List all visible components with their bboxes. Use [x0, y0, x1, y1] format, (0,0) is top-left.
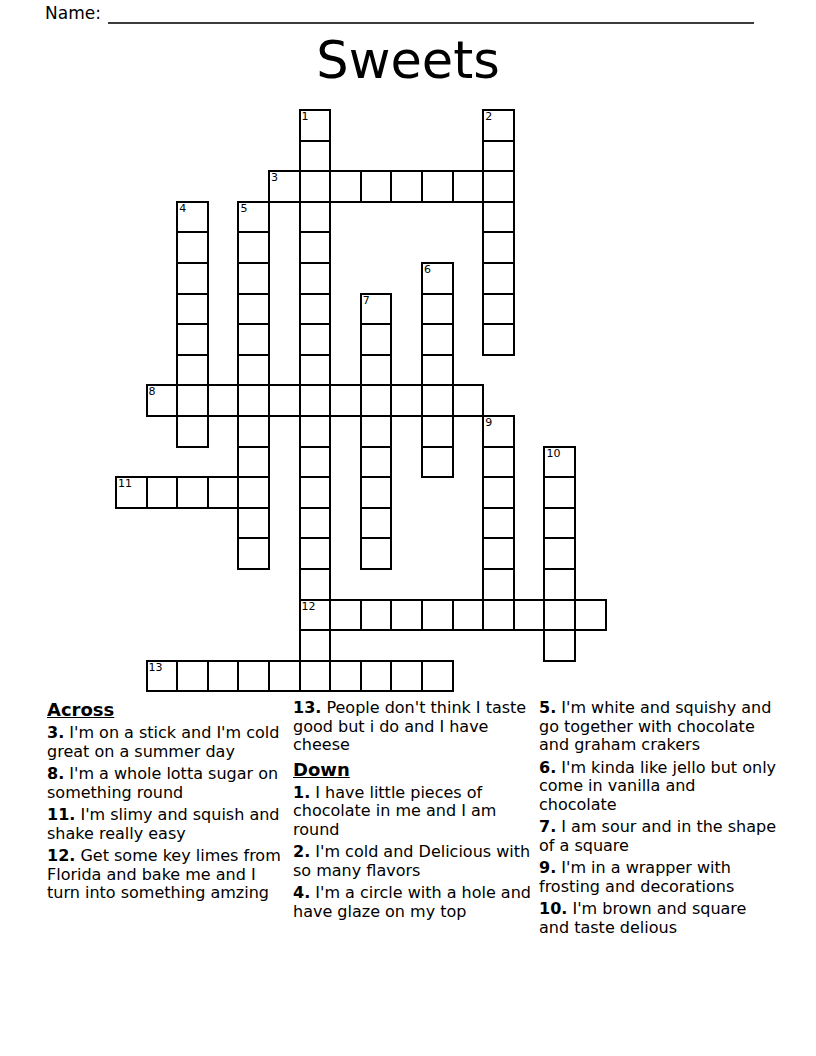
- clue-across-3: 3. I'm on a stick and I'm cold great on …: [47, 724, 285, 761]
- clue-down-6: 6. I'm kinda like jello but only come in…: [539, 759, 777, 815]
- cell-r4c6[interactable]: [300, 232, 331, 263]
- cell-r2c10[interactable]: [422, 171, 453, 202]
- cell-r2c11[interactable]: [453, 171, 484, 202]
- cell-r9c9[interactable]: [391, 385, 422, 416]
- clue-across-8: 8. I'm a whole lotta sugar on something …: [47, 765, 285, 802]
- down-header: Down: [293, 759, 531, 780]
- name-row: Name:: [45, 3, 754, 24]
- cell-r6c2[interactable]: [177, 294, 208, 325]
- cell-r13c14[interactable]: [544, 508, 575, 539]
- cell-r7c12[interactable]: [483, 324, 514, 355]
- clue-down-2: 2. I'm cold and Delicious with so many f…: [293, 843, 531, 880]
- cell-r4c2[interactable]: [177, 232, 208, 263]
- cell-r18c4[interactable]: [238, 661, 269, 692]
- cell-r12c8[interactable]: [361, 477, 392, 508]
- cell-r12c3[interactable]: [208, 477, 239, 508]
- cell-r5c10[interactable]: 6: [422, 263, 453, 294]
- cell-number: 4: [179, 202, 186, 215]
- cell-r18c10[interactable]: [422, 661, 453, 692]
- cell-r14c14[interactable]: [544, 538, 575, 569]
- cell-number: 9: [485, 416, 492, 429]
- cell-r7c4[interactable]: [238, 324, 269, 355]
- cell-r5c4[interactable]: [238, 263, 269, 294]
- cell-r11c12[interactable]: [483, 447, 514, 478]
- cell-r16c10[interactable]: [422, 600, 453, 631]
- cell-r2c5[interactable]: 3: [269, 171, 300, 202]
- clues: Across3. I'm on a stick and I'm cold gre…: [47, 699, 777, 941]
- cell-r9c10[interactable]: [422, 385, 453, 416]
- cell-r8c4[interactable]: [238, 355, 269, 386]
- cell-r2c6[interactable]: [300, 171, 331, 202]
- cell-r7c8[interactable]: [361, 324, 392, 355]
- cell-r12c0[interactable]: 11: [116, 477, 147, 508]
- cell-r15c6[interactable]: [300, 569, 331, 600]
- cell-r3c2[interactable]: 4: [177, 202, 208, 233]
- cell-r13c12[interactable]: [483, 508, 514, 539]
- cell-number: 1: [302, 110, 309, 123]
- cell-number: 12: [302, 600, 316, 613]
- cell-r6c12[interactable]: [483, 294, 514, 325]
- cell-r12c14[interactable]: [544, 477, 575, 508]
- cell-r9c8[interactable]: [361, 385, 392, 416]
- cell-r17c6[interactable]: [300, 630, 331, 661]
- clue-column: 13. People don't think I taste good but …: [293, 699, 531, 941]
- cell-number: 3: [271, 171, 278, 184]
- cell-r18c5[interactable]: [269, 661, 300, 692]
- cell-r3c4[interactable]: 5: [238, 202, 269, 233]
- cell-r9c3[interactable]: [208, 385, 239, 416]
- cell-r9c6[interactable]: [300, 385, 331, 416]
- cell-r11c10[interactable]: [422, 447, 453, 478]
- cell-r2c7[interactable]: [330, 171, 361, 202]
- cell-r4c4[interactable]: [238, 232, 269, 263]
- cell-r16c11[interactable]: [453, 600, 484, 631]
- cell-r10c12[interactable]: 9: [483, 416, 514, 447]
- cell-r16c8[interactable]: [361, 600, 392, 631]
- cell-r16c15[interactable]: [575, 600, 606, 631]
- cell-r1c6[interactable]: [300, 141, 331, 172]
- clue-down-4: 4. I'm a circle with a hole and have gla…: [293, 884, 531, 921]
- cell-number: 10: [546, 447, 560, 460]
- cell-r18c6[interactable]: [300, 661, 331, 692]
- cell-r1c12[interactable]: [483, 141, 514, 172]
- cell-r16c7[interactable]: [330, 600, 361, 631]
- cell-r6c6[interactable]: [300, 294, 331, 325]
- cell-r9c1[interactable]: 8: [147, 385, 178, 416]
- cell-r5c12[interactable]: [483, 263, 514, 294]
- cell-number: 7: [363, 294, 370, 307]
- cell-r16c9[interactable]: [391, 600, 422, 631]
- clue-down-10: 10. I'm brown and square and taste delio…: [539, 900, 777, 937]
- cell-r15c12[interactable]: [483, 569, 514, 600]
- cell-r6c10[interactable]: [422, 294, 453, 325]
- cell-r8c8[interactable]: [361, 355, 392, 386]
- cell-r12c12[interactable]: [483, 477, 514, 508]
- crossword-grid: 11223456789101113: [116, 110, 606, 691]
- cell-r9c7[interactable]: [330, 385, 361, 416]
- puzzle-title: Sweets: [0, 33, 816, 89]
- cell-r18c9[interactable]: [391, 661, 422, 692]
- cell-number: 5: [240, 202, 247, 215]
- cell-r14c6[interactable]: [300, 538, 331, 569]
- cell-r11c14[interactable]: 10: [544, 447, 575, 478]
- cell-r12c4[interactable]: [238, 477, 269, 508]
- cell-r16c6[interactable]: 12: [300, 600, 331, 631]
- cell-r16c14[interactable]: [544, 600, 575, 631]
- clue-down-7: 7. I am sour and in the shape of a squar…: [539, 818, 777, 855]
- clue-down-5: 5. I'm white and squishy and go together…: [539, 699, 777, 755]
- cell-r9c5[interactable]: [269, 385, 300, 416]
- cell-r13c4[interactable]: [238, 508, 269, 539]
- cell-r13c8[interactable]: [361, 508, 392, 539]
- clue-column: 5. I'm white and squishy and go together…: [539, 699, 777, 941]
- cell-r6c4[interactable]: [238, 294, 269, 325]
- cell-r2c8[interactable]: [361, 171, 392, 202]
- cell-r14c12[interactable]: [483, 538, 514, 569]
- cell-r10c10[interactable]: [422, 416, 453, 447]
- cell-r15c14[interactable]: [544, 569, 575, 600]
- cell-r3c12[interactable]: [483, 202, 514, 233]
- cell-r14c4[interactable]: [238, 538, 269, 569]
- cell-r3c6[interactable]: [300, 202, 331, 233]
- cell-r16c13[interactable]: [514, 600, 545, 631]
- name-label: Name:: [45, 3, 101, 24]
- cell-r7c6[interactable]: [300, 324, 331, 355]
- cell-number: 8: [149, 385, 156, 398]
- cell-r12c6[interactable]: [300, 477, 331, 508]
- cell-r7c10[interactable]: [422, 324, 453, 355]
- cell-number: 11: [118, 477, 132, 490]
- cell-number: 6: [424, 263, 431, 276]
- clue-across-13: 13. People don't think I taste good but …: [293, 699, 531, 755]
- cell-r9c2[interactable]: [177, 385, 208, 416]
- cell-r10c8[interactable]: [361, 416, 392, 447]
- cell-r18c3[interactable]: [208, 661, 239, 692]
- cell-r18c2[interactable]: [177, 661, 208, 692]
- cell-r5c2[interactable]: [177, 263, 208, 294]
- clue-column: Across3. I'm on a stick and I'm cold gre…: [47, 699, 285, 941]
- cell-r8c10[interactable]: [422, 355, 453, 386]
- clue-down-1: 1. I have little pieces of chocolate in …: [293, 784, 531, 840]
- cell-r10c6[interactable]: [300, 416, 331, 447]
- cell-number: 2: [485, 110, 492, 123]
- cell-r10c4[interactable]: [238, 416, 269, 447]
- cell-r10c2[interactable]: [177, 416, 208, 447]
- cell-r0c6[interactable]: 1: [300, 110, 331, 141]
- cell-r8c2[interactable]: [177, 355, 208, 386]
- across-header: Across: [47, 699, 285, 720]
- cell-r11c6[interactable]: [300, 447, 331, 478]
- cell-r2c9[interactable]: [391, 171, 422, 202]
- cell-r13c6[interactable]: [300, 508, 331, 539]
- cell-r12c2[interactable]: [177, 477, 208, 508]
- cell-r0c12[interactable]: 2: [483, 110, 514, 141]
- cell-r9c4[interactable]: [238, 385, 269, 416]
- cell-number: 13: [149, 661, 163, 674]
- cell-r12c1[interactable]: [147, 477, 178, 508]
- cell-r7c2[interactable]: [177, 324, 208, 355]
- clue-across-11: 11. I'm slimy and squish and shake reall…: [47, 806, 285, 843]
- cell-r18c8[interactable]: [361, 661, 392, 692]
- cell-r8c6[interactable]: [300, 355, 331, 386]
- cell-r5c6[interactable]: [300, 263, 331, 294]
- name-blank-line[interactable]: [108, 3, 754, 24]
- cell-r17c14[interactable]: [544, 630, 575, 661]
- cell-r18c7[interactable]: [330, 661, 361, 692]
- cell-r14c8[interactable]: [361, 538, 392, 569]
- clue-across-12: 12. Get some key limes from Florida and …: [47, 847, 285, 903]
- cell-r4c12[interactable]: [483, 232, 514, 263]
- cell-r2c12[interactable]: [483, 171, 514, 202]
- cell-r16c12[interactable]: [483, 600, 514, 631]
- cell-r6c8[interactable]: 7: [361, 294, 392, 325]
- cell-r11c8[interactable]: [361, 447, 392, 478]
- cell-r11c4[interactable]: [238, 447, 269, 478]
- cell-r9c11[interactable]: [453, 385, 484, 416]
- clue-down-9: 9. I'm in a wrapper with frosting and de…: [539, 859, 777, 896]
- cell-r18c1[interactable]: 13: [147, 661, 178, 692]
